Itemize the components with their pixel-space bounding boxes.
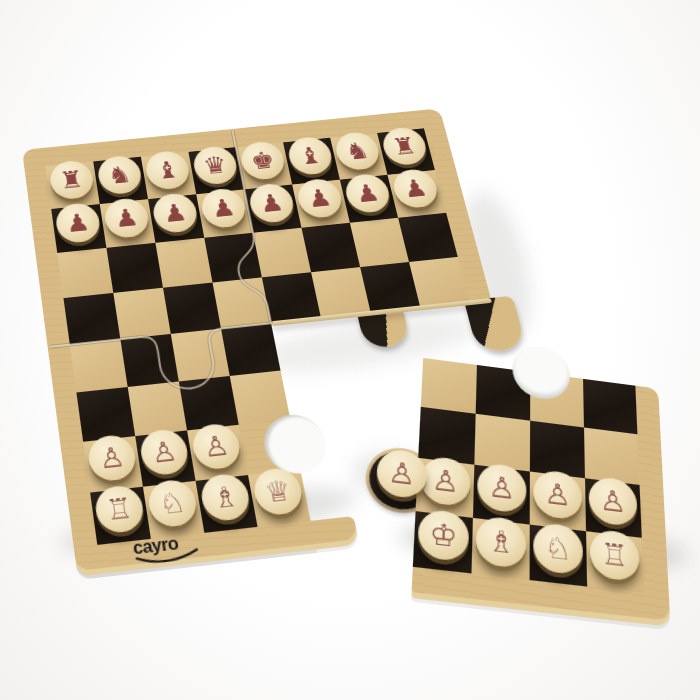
- brand-logo-text: cayro: [132, 534, 180, 558]
- black-pawn-glyph: ♟: [64, 210, 91, 236]
- black-rook-glyph: ♜: [58, 167, 85, 192]
- square-b4: [120, 334, 178, 387]
- square-c4: [171, 329, 230, 382]
- square-h4: [583, 379, 637, 434]
- white-pawn-glyph: ♙: [431, 465, 460, 497]
- black-king-glyph: ♚: [249, 148, 277, 173]
- square-d6: [204, 233, 262, 283]
- square-g3: [530, 421, 585, 479]
- square-c5: [163, 283, 221, 334]
- square-b6: [106, 243, 163, 293]
- white-rook-glyph: ♖: [601, 539, 629, 572]
- black-bishop-glyph: ♝: [154, 157, 181, 182]
- white-knight-glyph: ♘: [544, 532, 572, 565]
- black-knight-glyph: ♞: [343, 139, 371, 164]
- black-pawn-glyph: ♟: [305, 185, 334, 211]
- black-pawn-glyph: ♟: [209, 195, 237, 221]
- square-d4: [221, 323, 281, 376]
- square-e4: [421, 358, 477, 414]
- detached-puzzle-piece[interactable]: ♙♙♙♙♔♗♘♖♙: [362, 352, 670, 621]
- black-bishop-glyph: ♝: [296, 143, 324, 168]
- black-queen-glyph: ♛: [201, 153, 229, 178]
- square-a5: [63, 293, 120, 345]
- square-d5: [213, 277, 272, 328]
- detached-piece-surface: ♙♙♙♙♔♗♘♖♙: [362, 352, 670, 621]
- white-rook-glyph: ♖: [104, 494, 134, 525]
- square-c6: [155, 238, 212, 288]
- square-a4: [70, 339, 128, 392]
- square-e3: [418, 407, 475, 465]
- black-pawn-glyph: ♟: [113, 205, 140, 231]
- white-pawn-glyph: ♙: [544, 479, 571, 511]
- white-pawn-glyph: ♙: [97, 443, 126, 473]
- white-pawn-glyph: ♙: [201, 431, 231, 461]
- white-knight-glyph: ♘: [157, 488, 187, 519]
- white-pawn-glyph: ♙: [149, 437, 179, 467]
- square-f3: [474, 414, 530, 472]
- white-bishop-glyph: ♗: [487, 525, 515, 558]
- product-photo-scene: cayro ♜♞♝♛♚♝♞♜♟♟♟♟♟♟♟♟♙♙♙♖♘♗♕ ♙♙♙♙♔♗♘♖♙: [0, 0, 700, 700]
- white-pawn-glyph: ♙: [488, 472, 516, 504]
- square-c3: [179, 376, 239, 430]
- square-b5: [113, 288, 170, 340]
- square-h3: [584, 428, 640, 485]
- black-pawn-glyph: ♟: [257, 190, 285, 216]
- white-king-glyph: ♔: [429, 519, 458, 552]
- black-pawn-glyph: ♟: [161, 200, 189, 226]
- black-pawn-glyph: ♟: [353, 180, 382, 206]
- square-a6: [57, 248, 113, 298]
- black-rook-glyph: ♜: [390, 134, 419, 159]
- white-pawn-glyph: ♙: [599, 485, 627, 517]
- white-queen-glyph: ♕: [262, 476, 293, 507]
- white-pawn-glyph: ♙: [387, 458, 416, 490]
- black-knight-glyph: ♞: [106, 162, 133, 187]
- square-a3: [76, 387, 135, 442]
- white-bishop-glyph: ♗: [210, 482, 241, 513]
- square-b3: [128, 381, 187, 436]
- black-pawn-glyph: ♟: [401, 176, 430, 202]
